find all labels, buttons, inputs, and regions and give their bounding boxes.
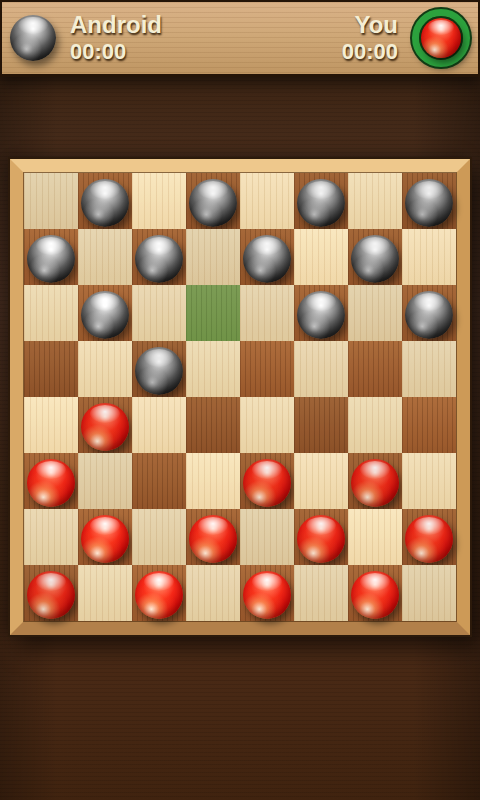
square-r4c0[interactable] (24, 397, 78, 453)
square-r7c3[interactable] (186, 565, 240, 621)
square-r6c3[interactable] (186, 509, 240, 565)
board-frame (10, 159, 470, 635)
square-r0c2[interactable] (132, 173, 186, 229)
square-r6c5[interactable] (294, 509, 348, 565)
red-checker-piece[interactable] (243, 459, 291, 507)
red-checker-piece[interactable] (81, 403, 129, 451)
square-r5c4[interactable] (240, 453, 294, 509)
square-r7c2[interactable] (132, 565, 186, 621)
player-bar: Android 00:00 You 00:00 (0, 0, 480, 77)
square-r6c7[interactable] (402, 509, 456, 565)
square-r4c6[interactable] (348, 397, 402, 453)
square-r1c6[interactable] (348, 229, 402, 285)
you-player-piece-icon (421, 18, 461, 58)
red-checker-piece[interactable] (27, 459, 75, 507)
square-r0c1[interactable] (78, 173, 132, 229)
square-r2c3-last-move-highlight[interactable] (186, 285, 240, 341)
square-r5c5[interactable] (294, 453, 348, 509)
square-r5c7[interactable] (402, 453, 456, 509)
square-r4c2[interactable] (132, 397, 186, 453)
square-r6c0[interactable] (24, 509, 78, 565)
square-r3c7[interactable] (402, 341, 456, 397)
square-r0c4[interactable] (240, 173, 294, 229)
square-r2c5[interactable] (294, 285, 348, 341)
red-checker-piece[interactable] (27, 571, 75, 619)
square-r6c4[interactable] (240, 509, 294, 565)
square-r1c1[interactable] (78, 229, 132, 285)
silver-checker-piece[interactable] (351, 235, 399, 283)
square-r5c2[interactable] (132, 453, 186, 509)
square-r7c4[interactable] (240, 565, 294, 621)
square-r5c1[interactable] (78, 453, 132, 509)
red-checker-piece[interactable] (135, 571, 183, 619)
android-player-info: Android 00:00 (70, 10, 162, 66)
square-r7c6[interactable] (348, 565, 402, 621)
square-r5c6[interactable] (348, 453, 402, 509)
square-r1c2[interactable] (132, 229, 186, 285)
square-r3c1[interactable] (78, 341, 132, 397)
silver-checker-piece[interactable] (405, 179, 453, 227)
silver-checker-piece[interactable] (189, 179, 237, 227)
square-r2c2[interactable] (132, 285, 186, 341)
square-r3c3[interactable] (186, 341, 240, 397)
square-r0c5[interactable] (294, 173, 348, 229)
red-checker-piece[interactable] (351, 459, 399, 507)
square-r4c4[interactable] (240, 397, 294, 453)
android-player-name: Android (70, 10, 162, 39)
silver-checker-piece[interactable] (135, 347, 183, 395)
square-r4c7[interactable] (402, 397, 456, 453)
square-r7c5[interactable] (294, 565, 348, 621)
red-checker-piece[interactable] (405, 515, 453, 563)
red-checker-piece[interactable] (243, 571, 291, 619)
active-turn-indicator-ring (412, 9, 470, 67)
android-player-clock: 00:00 (70, 39, 162, 66)
square-r6c2[interactable] (132, 509, 186, 565)
red-checker-piece[interactable] (297, 515, 345, 563)
square-r4c1[interactable] (78, 397, 132, 453)
checkers-board (24, 173, 456, 621)
square-r3c6[interactable] (348, 341, 402, 397)
square-r5c3[interactable] (186, 453, 240, 509)
red-checker-piece[interactable] (351, 571, 399, 619)
square-r4c5[interactable] (294, 397, 348, 453)
square-r1c3[interactable] (186, 229, 240, 285)
square-r2c4[interactable] (240, 285, 294, 341)
square-r3c5[interactable] (294, 341, 348, 397)
square-r7c7[interactable] (402, 565, 456, 621)
square-r1c0[interactable] (24, 229, 78, 285)
square-r5c0[interactable] (24, 453, 78, 509)
square-r0c6[interactable] (348, 173, 402, 229)
silver-checker-piece[interactable] (27, 235, 75, 283)
square-r1c4[interactable] (240, 229, 294, 285)
square-r1c7[interactable] (402, 229, 456, 285)
you-player-name: You (354, 10, 398, 39)
square-r7c0[interactable] (24, 565, 78, 621)
silver-checker-piece[interactable] (135, 235, 183, 283)
square-r2c7[interactable] (402, 285, 456, 341)
silver-checker-piece[interactable] (81, 179, 129, 227)
square-r3c2[interactable] (132, 341, 186, 397)
red-checker-piece[interactable] (189, 515, 237, 563)
red-checker-piece[interactable] (81, 515, 129, 563)
silver-checker-piece[interactable] (243, 235, 291, 283)
you-player-clock: 00:00 (342, 39, 398, 66)
square-r6c6[interactable] (348, 509, 402, 565)
android-player-piece-icon (10, 15, 56, 61)
square-r0c3[interactable] (186, 173, 240, 229)
silver-checker-piece[interactable] (297, 179, 345, 227)
square-r0c0[interactable] (24, 173, 78, 229)
square-r2c6[interactable] (348, 285, 402, 341)
you-player-info: You 00:00 (342, 10, 398, 66)
silver-checker-piece[interactable] (297, 291, 345, 339)
square-r2c0[interactable] (24, 285, 78, 341)
square-r1c5[interactable] (294, 229, 348, 285)
square-r3c0[interactable] (24, 341, 78, 397)
square-r0c7[interactable] (402, 173, 456, 229)
square-r6c1[interactable] (78, 509, 132, 565)
square-r4c3[interactable] (186, 397, 240, 453)
square-r7c1[interactable] (78, 565, 132, 621)
square-r2c1[interactable] (78, 285, 132, 341)
silver-checker-piece[interactable] (81, 291, 129, 339)
silver-checker-piece[interactable] (405, 291, 453, 339)
square-r3c4[interactable] (240, 341, 294, 397)
